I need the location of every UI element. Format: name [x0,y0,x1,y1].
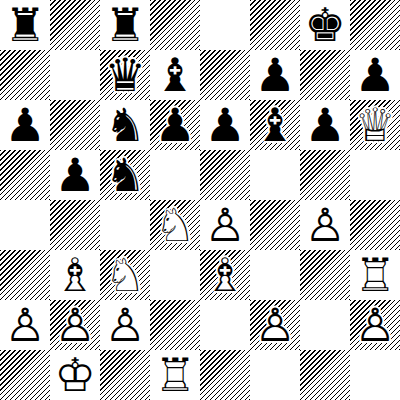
piece-black-pawn[interactable]: ♟♟ [0,100,50,150]
black-bishop-glyph: ♝ [254,100,295,150]
chess-board: ♜♜♜♜♚♚♛♛♝♝♟♟♟♟♟♟♞♞♟♟♟♟♝♝♟♟♛♕♟♟♞♞♞♘♟♙♟♙♝♗… [0,0,400,400]
square-a1[interactable] [0,350,50,400]
piece-white-bishop[interactable]: ♝♗ [200,250,250,300]
white-pawn-glyph: ♙ [104,300,145,350]
piece-white-pawn[interactable]: ♟♙ [250,300,300,350]
square-c6[interactable]: ♞♞ [100,100,150,150]
white-pawn-glyph: ♙ [54,300,95,350]
piece-white-bishop[interactable]: ♝♗ [50,250,100,300]
square-e1[interactable] [200,350,250,400]
white-king-glyph: ♔ [54,350,95,400]
square-g8[interactable]: ♚♚ [300,0,350,50]
white-knight-glyph: ♘ [104,250,145,300]
black-queen-glyph: ♛ [104,50,145,100]
black-pawn-glyph: ♟ [204,100,245,150]
black-knight-glyph: ♞ [104,150,145,200]
square-e2[interactable] [200,300,250,350]
square-g1[interactable] [300,350,350,400]
square-d7[interactable]: ♝♝ [150,50,200,100]
square-h3[interactable]: ♜♖ [350,250,400,300]
square-b3[interactable]: ♝♗ [50,250,100,300]
square-g4[interactable]: ♟♙ [300,200,350,250]
white-bishop-glyph: ♗ [54,250,95,300]
square-c2[interactable]: ♟♙ [100,300,150,350]
square-d3[interactable] [150,250,200,300]
square-h2[interactable]: ♟♙ [350,300,400,350]
square-e4[interactable]: ♟♙ [200,200,250,250]
piece-white-rook[interactable]: ♜♖ [350,250,400,300]
piece-black-pawn[interactable]: ♟♟ [150,100,200,150]
black-rook-glyph: ♜ [4,0,45,50]
white-queen-glyph: ♕ [354,100,395,150]
square-d1[interactable]: ♜♖ [150,350,200,400]
square-f3[interactable] [250,250,300,300]
white-pawn-glyph: ♙ [4,300,45,350]
white-pawn-glyph: ♙ [254,300,295,350]
square-c5[interactable]: ♞♞ [100,150,150,200]
piece-black-pawn[interactable]: ♟♟ [350,50,400,100]
black-pawn-glyph: ♟ [4,100,45,150]
black-pawn-glyph: ♟ [54,150,95,200]
square-b6[interactable] [50,100,100,150]
square-f5[interactable] [250,150,300,200]
square-b7[interactable] [50,50,100,100]
square-g6[interactable]: ♟♟ [300,100,350,150]
piece-white-knight[interactable]: ♞♘ [100,250,150,300]
square-g3[interactable] [300,250,350,300]
square-b1[interactable]: ♚♔ [50,350,100,400]
square-h4[interactable] [350,200,400,250]
square-a2[interactable]: ♟♙ [0,300,50,350]
piece-black-bishop[interactable]: ♝♝ [250,100,300,150]
white-bishop-glyph: ♗ [204,250,245,300]
square-e8[interactable] [200,0,250,50]
piece-black-pawn[interactable]: ♟♟ [250,50,300,100]
black-pawn-glyph: ♟ [154,100,195,150]
square-c1[interactable] [100,350,150,400]
square-b8[interactable] [50,0,100,50]
piece-black-rook[interactable]: ♜♜ [0,0,50,50]
black-bishop-glyph: ♝ [154,50,195,100]
white-rook-glyph: ♖ [154,350,195,400]
black-king-glyph: ♚ [304,0,345,50]
square-a7[interactable] [0,50,50,100]
piece-black-pawn[interactable]: ♟♟ [200,100,250,150]
piece-white-pawn[interactable]: ♟♙ [0,300,50,350]
black-rook-glyph: ♜ [104,0,145,50]
black-knight-glyph: ♞ [104,100,145,150]
piece-black-queen[interactable]: ♛♛ [100,50,150,100]
piece-black-rook[interactable]: ♜♜ [100,0,150,50]
piece-white-pawn[interactable]: ♟♙ [200,200,250,250]
piece-black-bishop[interactable]: ♝♝ [150,50,200,100]
white-rook-glyph: ♖ [354,250,395,300]
square-f2[interactable]: ♟♙ [250,300,300,350]
square-f8[interactable] [250,0,300,50]
square-e5[interactable] [200,150,250,200]
piece-white-pawn[interactable]: ♟♙ [300,200,350,250]
square-a8[interactable]: ♜♜ [0,0,50,50]
piece-black-pawn[interactable]: ♟♟ [300,100,350,150]
square-g7[interactable] [300,50,350,100]
white-knight-glyph: ♘ [154,200,195,250]
square-c8[interactable]: ♜♜ [100,0,150,50]
square-a6[interactable]: ♟♟ [0,100,50,150]
square-a4[interactable] [0,200,50,250]
square-e6[interactable]: ♟♟ [200,100,250,150]
piece-white-king[interactable]: ♚♔ [50,350,100,400]
square-b5[interactable]: ♟♟ [50,150,100,200]
square-h1[interactable] [350,350,400,400]
square-f7[interactable]: ♟♟ [250,50,300,100]
piece-white-rook[interactable]: ♜♖ [150,350,200,400]
square-f6[interactable]: ♝♝ [250,100,300,150]
square-c7[interactable]: ♛♛ [100,50,150,100]
piece-black-pawn[interactable]: ♟♟ [50,150,100,200]
square-f1[interactable] [250,350,300,400]
piece-white-queen[interactable]: ♛♕ [350,100,400,150]
square-g5[interactable] [300,150,350,200]
piece-white-pawn[interactable]: ♟♙ [100,300,150,350]
piece-white-pawn[interactable]: ♟♙ [350,300,400,350]
square-c4[interactable] [100,200,150,250]
square-a5[interactable] [0,150,50,200]
black-pawn-glyph: ♟ [304,100,345,150]
square-h8[interactable] [350,0,400,50]
square-h7[interactable]: ♟♟ [350,50,400,100]
square-d8[interactable] [150,0,200,50]
white-pawn-glyph: ♙ [304,200,345,250]
square-d6[interactable]: ♟♟ [150,100,200,150]
square-d4[interactable]: ♞♘ [150,200,200,250]
square-e3[interactable]: ♝♗ [200,250,250,300]
square-g2[interactable] [300,300,350,350]
piece-white-pawn[interactable]: ♟♙ [50,300,100,350]
piece-white-knight[interactable]: ♞♘ [150,200,200,250]
white-pawn-glyph: ♙ [204,200,245,250]
square-d5[interactable] [150,150,200,200]
piece-black-knight[interactable]: ♞♞ [100,100,150,150]
square-b2[interactable]: ♟♙ [50,300,100,350]
square-h6[interactable]: ♛♕ [350,100,400,150]
black-pawn-glyph: ♟ [354,50,395,100]
square-b4[interactable] [50,200,100,250]
white-pawn-glyph: ♙ [354,300,395,350]
piece-black-knight[interactable]: ♞♞ [100,150,150,200]
black-pawn-glyph: ♟ [254,50,295,100]
square-h5[interactable] [350,150,400,200]
square-d2[interactable] [150,300,200,350]
square-c3[interactable]: ♞♘ [100,250,150,300]
square-e7[interactable] [200,50,250,100]
square-a3[interactable] [0,250,50,300]
square-f4[interactable] [250,200,300,250]
piece-black-king[interactable]: ♚♚ [300,0,350,50]
